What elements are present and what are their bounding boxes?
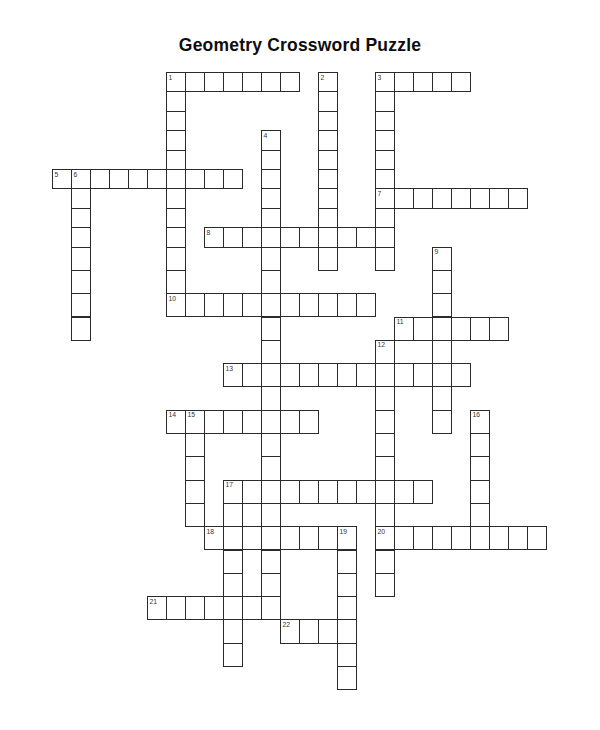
crossword-cell[interactable] (280, 293, 300, 317)
crossword-cell[interactable] (166, 150, 186, 170)
crossword-cell[interactable] (166, 247, 186, 271)
clue-number: 9 (435, 248, 439, 256)
crossword-cell[interactable] (451, 363, 471, 387)
crossword-cell[interactable] (394, 363, 414, 387)
crossword-cell[interactable] (375, 550, 395, 574)
crossword-cell[interactable] (223, 227, 243, 247)
crossword-cell[interactable] (318, 227, 338, 247)
crossword-cell[interactable]: 6 (71, 169, 91, 189)
crossword-cell[interactable] (166, 91, 186, 111)
crossword-cell[interactable]: 7 (375, 188, 395, 208)
crossword-cell[interactable] (318, 130, 338, 150)
crossword-cell[interactable] (375, 503, 395, 527)
crossword-cell[interactable] (223, 410, 243, 434)
crossword-cell[interactable] (166, 596, 186, 620)
crossword-cell[interactable] (223, 526, 243, 550)
crossword-cell[interactable]: 8 (204, 227, 224, 247)
crossword-cell[interactable] (261, 208, 281, 228)
crossword-cell[interactable]: 13 (223, 363, 243, 387)
crossword-cell[interactable] (71, 317, 91, 341)
crossword-cell[interactable] (166, 270, 186, 294)
crossword-cell[interactable] (375, 91, 395, 111)
crossword-cell[interactable] (261, 247, 281, 271)
crossword-cell[interactable] (204, 293, 224, 317)
crossword-cell[interactable]: 18 (204, 526, 224, 550)
crossword-cell[interactable] (299, 363, 319, 387)
crossword-cell[interactable] (204, 410, 224, 434)
crossword-cell[interactable] (337, 643, 357, 667)
crossword-cell[interactable] (280, 72, 300, 92)
crossword-cell[interactable] (223, 619, 243, 643)
crossword-cell[interactable] (527, 526, 547, 550)
crossword-cell[interactable] (318, 526, 338, 550)
clue-number: 22 (283, 621, 291, 629)
crossword-cell[interactable] (166, 130, 186, 150)
clue-number: 8 (207, 229, 211, 237)
crossword-cell[interactable] (375, 169, 395, 189)
crossword-cell[interactable] (470, 456, 490, 480)
crossword-cell[interactable] (261, 188, 281, 208)
crossword-cell[interactable] (508, 526, 528, 550)
crossword-cell[interactable] (261, 526, 281, 550)
crossword-cell[interactable] (261, 386, 281, 410)
crossword-cell[interactable] (242, 526, 262, 550)
crossword-cell[interactable]: 14 (166, 410, 186, 434)
crossword-board: 12345678910111213141516171819202122 (52, 72, 548, 691)
crossword-cell[interactable] (71, 188, 91, 208)
crossword-cell[interactable] (470, 526, 490, 550)
crossword-cell[interactable] (109, 169, 129, 189)
crossword-cell[interactable] (261, 293, 281, 317)
crossword-cell[interactable]: 5 (52, 169, 72, 189)
crossword-cell[interactable] (318, 169, 338, 189)
crossword-cell[interactable] (299, 293, 319, 317)
crossword-cell[interactable] (242, 596, 262, 620)
crossword-cell[interactable] (337, 573, 357, 597)
crossword-cell[interactable] (261, 169, 281, 189)
crossword-cell[interactable]: 17 (223, 480, 243, 504)
clue-number: 6 (74, 171, 78, 179)
crossword-cell[interactable] (375, 410, 395, 434)
crossword-cell[interactable] (432, 188, 452, 208)
crossword-cell[interactable] (185, 596, 205, 620)
crossword-cell[interactable] (223, 293, 243, 317)
crossword-cell[interactable] (261, 503, 281, 527)
crossword-cell[interactable] (242, 480, 262, 504)
clue-number: 2 (321, 74, 325, 82)
crossword-cell[interactable] (204, 169, 224, 189)
crossword-cell[interactable] (318, 363, 338, 387)
crossword-cell[interactable] (166, 227, 186, 247)
crossword-cell[interactable] (299, 227, 319, 247)
crossword-cell[interactable] (280, 363, 300, 387)
crossword-cell[interactable] (299, 410, 319, 434)
crossword-cell[interactable] (432, 293, 452, 317)
crossword-cell[interactable] (185, 456, 205, 480)
crossword-cell[interactable] (261, 596, 281, 620)
crossword-cell[interactable] (318, 480, 338, 504)
crossword-cell[interactable] (489, 317, 509, 341)
crossword-cell[interactable]: 21 (147, 596, 167, 620)
crossword-cell[interactable] (451, 72, 471, 92)
crossword-cell[interactable] (356, 363, 376, 387)
crossword-cell[interactable] (413, 363, 433, 387)
crossword-cell[interactable]: 20 (375, 526, 395, 550)
crossword-cell[interactable]: 16 (470, 410, 490, 434)
crossword-cell[interactable] (432, 386, 452, 410)
crossword-cell[interactable]: 19 (337, 526, 357, 550)
crossword-cell[interactable] (261, 550, 281, 574)
crossword-cell[interactable] (223, 169, 243, 189)
crossword-cell[interactable] (242, 72, 262, 92)
crossword-cell[interactable] (242, 363, 262, 387)
crossword-cell[interactable] (261, 480, 281, 504)
crossword-cell[interactable] (71, 270, 91, 294)
crossword-cell[interactable] (185, 169, 205, 189)
crossword-cell[interactable] (90, 169, 110, 189)
crossword-cell[interactable] (261, 227, 281, 247)
crossword-cell[interactable] (299, 526, 319, 550)
crossword-cell[interactable] (261, 72, 281, 92)
crossword-cell[interactable] (185, 503, 205, 527)
crossword-cell[interactable] (337, 293, 357, 317)
crossword-cell[interactable] (185, 72, 205, 92)
crossword-cell[interactable] (166, 208, 186, 228)
crossword-cell[interactable] (489, 526, 509, 550)
crossword-cell[interactable] (432, 340, 452, 364)
crossword-cell[interactable] (223, 503, 243, 527)
crossword-cell[interactable] (166, 169, 186, 189)
crossword-cell[interactable] (413, 72, 433, 92)
crossword-cell[interactable] (71, 227, 91, 247)
crossword-cell[interactable] (451, 188, 471, 208)
crossword-cell[interactable] (318, 208, 338, 228)
crossword-cell[interactable] (261, 433, 281, 457)
crossword-cell[interactable] (394, 526, 414, 550)
crossword-cell[interactable] (375, 573, 395, 597)
crossword-cell[interactable] (337, 596, 357, 620)
crossword-cell[interactable] (299, 619, 319, 643)
crossword-cell[interactable] (470, 433, 490, 457)
crossword-cell[interactable] (337, 550, 357, 574)
crossword-cell[interactable] (356, 293, 376, 317)
crossword-cell[interactable] (185, 293, 205, 317)
crossword-cell[interactable] (166, 111, 186, 131)
clue-number: 5 (55, 171, 59, 179)
crossword-cell[interactable] (185, 480, 205, 504)
crossword-cell[interactable] (375, 227, 395, 247)
crossword-cell[interactable] (508, 188, 528, 208)
crossword-cell[interactable] (356, 227, 376, 247)
crossword-cell[interactable] (318, 111, 338, 131)
crossword-cell[interactable] (147, 169, 167, 189)
clue-number: 21 (150, 598, 158, 606)
crossword-cell[interactable] (432, 270, 452, 294)
crossword-cell[interactable] (299, 480, 319, 504)
page: Geometry Crossword Puzzle 12345678910111… (0, 0, 600, 730)
crossword-cell[interactable] (413, 188, 433, 208)
crossword-cell[interactable] (242, 410, 262, 434)
crossword-cell[interactable] (375, 456, 395, 480)
crossword-cell[interactable] (337, 619, 357, 643)
crossword-cell[interactable] (394, 188, 414, 208)
crossword-cell[interactable] (223, 596, 243, 620)
crossword-cell[interactable] (413, 480, 433, 504)
crossword-cell[interactable] (432, 526, 452, 550)
crossword-cell[interactable] (375, 386, 395, 410)
clue-number: 10 (169, 295, 177, 303)
crossword-cell[interactable] (451, 317, 471, 341)
crossword-cell[interactable] (280, 227, 300, 247)
clue-number: 17 (226, 481, 234, 489)
crossword-cell[interactable] (185, 433, 205, 457)
crossword-cell[interactable] (280, 526, 300, 550)
clue-number: 16 (473, 411, 481, 419)
crossword-cell[interactable] (280, 480, 300, 504)
crossword-cell[interactable] (318, 188, 338, 208)
crossword-cell[interactable] (223, 72, 243, 92)
crossword-cell[interactable]: 11 (394, 317, 414, 341)
crossword-cell[interactable] (261, 573, 281, 597)
crossword-cell[interactable] (71, 208, 91, 228)
clue-number: 19 (340, 528, 348, 536)
crossword-cell[interactable] (451, 526, 471, 550)
clue-number: 1 (169, 74, 173, 82)
puzzle-title: Geometry Crossword Puzzle (0, 35, 600, 56)
crossword-cell[interactable] (375, 208, 395, 228)
crossword-cell[interactable]: 1 (166, 72, 186, 92)
crossword-cell[interactable] (242, 293, 262, 317)
crossword-cell[interactable] (261, 317, 281, 341)
crossword-cell[interactable] (318, 150, 338, 170)
crossword-cell[interactable] (204, 72, 224, 92)
clue-number: 11 (397, 318, 404, 326)
crossword-cell[interactable] (223, 643, 243, 667)
clue-number: 4 (264, 132, 268, 140)
crossword-cell[interactable] (375, 130, 395, 150)
clue-number: 12 (378, 341, 386, 349)
crossword-cell[interactable] (375, 433, 395, 457)
crossword-cell[interactable] (242, 227, 262, 247)
crossword-cell[interactable] (318, 619, 338, 643)
clue-number: 3 (378, 74, 382, 82)
crossword-cell[interactable] (71, 247, 91, 271)
crossword-cell[interactable] (375, 363, 395, 387)
clue-number: 14 (169, 411, 177, 419)
crossword-cell[interactable] (375, 150, 395, 170)
crossword-cell[interactable]: 15 (185, 410, 205, 434)
clue-number: 18 (207, 528, 215, 536)
crossword-cell[interactable] (375, 247, 395, 271)
crossword-cell[interactable] (337, 227, 357, 247)
crossword-cell[interactable] (261, 456, 281, 480)
crossword-cell[interactable] (261, 270, 281, 294)
crossword-cell[interactable] (394, 480, 414, 504)
crossword-cell[interactable] (337, 666, 357, 690)
crossword-cell[interactable] (470, 503, 490, 527)
crossword-cell[interactable]: 12 (375, 340, 395, 364)
crossword-cell[interactable] (223, 550, 243, 574)
crossword-cell[interactable] (166, 188, 186, 208)
crossword-cell[interactable] (261, 363, 281, 387)
crossword-cell[interactable] (375, 480, 395, 504)
crossword-cell[interactable] (470, 188, 490, 208)
crossword-cell[interactable] (204, 596, 224, 620)
crossword-cell[interactable] (375, 111, 395, 131)
crossword-cell[interactable]: 22 (280, 619, 300, 643)
crossword-cell[interactable]: 3 (375, 72, 395, 92)
clue-number: 15 (188, 411, 196, 419)
crossword-cell[interactable] (470, 480, 490, 504)
crossword-cell[interactable] (261, 340, 281, 364)
crossword-cell[interactable] (432, 317, 452, 341)
crossword-cell[interactable] (318, 293, 338, 317)
crossword-cell[interactable] (432, 72, 452, 92)
crossword-cell[interactable] (356, 480, 376, 504)
crossword-cell[interactable]: 9 (432, 247, 452, 271)
crossword-cell[interactable]: 4 (261, 130, 281, 150)
crossword-cell[interactable] (432, 363, 452, 387)
crossword-cell[interactable] (128, 169, 148, 189)
crossword-cell[interactable] (223, 573, 243, 597)
crossword-cell[interactable] (261, 410, 281, 434)
crossword-cell[interactable] (71, 293, 91, 317)
clue-number: 20 (378, 528, 386, 536)
crossword-cell[interactable] (337, 480, 357, 504)
crossword-cell[interactable] (337, 363, 357, 387)
crossword-cell[interactable] (413, 526, 433, 550)
crossword-cell[interactable] (261, 150, 281, 170)
clue-number: 13 (226, 365, 234, 373)
crossword-cell[interactable] (394, 72, 414, 92)
crossword-cell[interactable]: 10 (166, 293, 186, 317)
crossword-cell[interactable] (432, 410, 452, 434)
crossword-cell[interactable] (470, 317, 490, 341)
crossword-cell[interactable] (280, 410, 300, 434)
crossword-cell[interactable] (318, 247, 338, 271)
crossword-cell[interactable] (318, 91, 338, 111)
crossword-cell[interactable] (489, 188, 509, 208)
clue-number: 7 (378, 190, 382, 198)
crossword-cell[interactable]: 2 (318, 72, 338, 92)
crossword-cell[interactable] (413, 317, 433, 341)
